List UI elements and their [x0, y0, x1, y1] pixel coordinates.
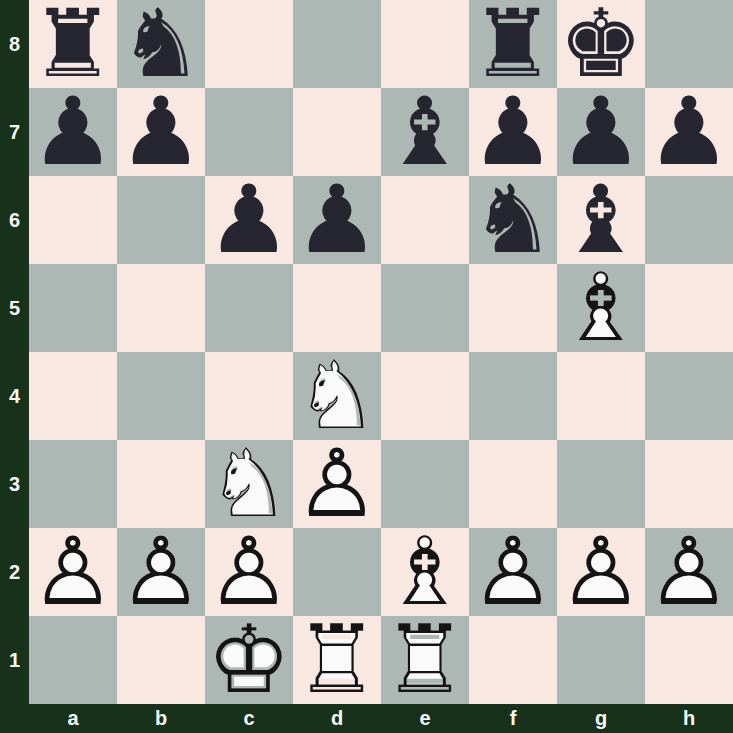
piece-outline-layer: ♗ [557, 264, 645, 352]
square-b1[interactable] [117, 616, 205, 704]
square-b4[interactable] [117, 352, 205, 440]
square-d4[interactable]: ♞♘ [293, 352, 381, 440]
piece-black-pawn[interactable]: ♟ [557, 88, 645, 176]
piece-outline-layer: ♘ [205, 440, 293, 528]
square-c2[interactable]: ♟♙ [205, 528, 293, 616]
square-e5[interactable] [381, 264, 469, 352]
piece-black-knight[interactable]: ♞ [117, 0, 205, 88]
square-d5[interactable] [293, 264, 381, 352]
piece-fill-layer: ♟ [557, 88, 645, 176]
square-d8[interactable] [293, 0, 381, 88]
square-e4[interactable] [381, 352, 469, 440]
file-label-a: a [29, 704, 117, 733]
rank-label-1: 1 [0, 616, 29, 704]
rank-label-7: 7 [0, 88, 29, 176]
piece-fill-layer: ♟ [469, 88, 557, 176]
piece-fill-layer: ♞ [469, 176, 557, 264]
piece-white-pawn[interactable]: ♟♙ [205, 528, 293, 616]
piece-outline-layer: ♗ [381, 528, 469, 616]
square-f6[interactable]: ♞ [469, 176, 557, 264]
square-d7[interactable] [293, 88, 381, 176]
piece-black-pawn[interactable]: ♟ [645, 88, 733, 176]
piece-outline-layer: ♙ [205, 528, 293, 616]
square-b6[interactable] [117, 176, 205, 264]
square-g7[interactable]: ♟ [557, 88, 645, 176]
square-h2[interactable]: ♟♙ [645, 528, 733, 616]
piece-white-pawn[interactable]: ♟♙ [293, 440, 381, 528]
piece-black-king[interactable]: ♚ [557, 0, 645, 88]
square-a6[interactable] [29, 176, 117, 264]
square-h6[interactable] [645, 176, 733, 264]
rank-label-4: 4 [0, 352, 29, 440]
piece-outline-layer: ♔ [205, 616, 293, 704]
piece-fill-layer: ♚ [557, 0, 645, 88]
piece-black-pawn[interactable]: ♟ [469, 88, 557, 176]
piece-outline-layer: ♙ [557, 528, 645, 616]
piece-fill-layer: ♝ [381, 88, 469, 176]
square-a3[interactable] [29, 440, 117, 528]
piece-fill-layer: ♟ [205, 176, 293, 264]
square-h1[interactable] [645, 616, 733, 704]
square-e3[interactable] [381, 440, 469, 528]
square-b2[interactable]: ♟♙ [117, 528, 205, 616]
piece-white-pawn[interactable]: ♟♙ [469, 528, 557, 616]
square-d6[interactable]: ♟ [293, 176, 381, 264]
square-b5[interactable] [117, 264, 205, 352]
rank-label-8: 8 [0, 0, 29, 88]
square-d1[interactable]: ♜♖ [293, 616, 381, 704]
rank-labels: 87654321 [0, 0, 29, 704]
piece-black-bishop[interactable]: ♝ [381, 88, 469, 176]
square-e7[interactable]: ♝ [381, 88, 469, 176]
square-c5[interactable] [205, 264, 293, 352]
square-a8[interactable]: ♜ [29, 0, 117, 88]
square-a7[interactable]: ♟ [29, 88, 117, 176]
square-h8[interactable] [645, 0, 733, 88]
square-g8[interactable]: ♚ [557, 0, 645, 88]
piece-fill-layer: ♞ [117, 0, 205, 88]
chess-board: ♜♞♜♚♟♟♝♟♟♟♟♟♞♝♝♗♞♘♞♘♟♙♟♙♟♙♟♙♝♗♟♙♟♙♟♙♚♔♜♖… [29, 0, 733, 704]
square-e8[interactable] [381, 0, 469, 88]
rank-label-3: 3 [0, 440, 29, 528]
piece-outline-layer: ♖ [381, 616, 469, 704]
piece-white-bishop[interactable]: ♝♗ [381, 528, 469, 616]
square-g4[interactable] [557, 352, 645, 440]
square-h4[interactable] [645, 352, 733, 440]
piece-black-pawn[interactable]: ♟ [293, 176, 381, 264]
square-f1[interactable] [469, 616, 557, 704]
piece-outline-layer: ♙ [117, 528, 205, 616]
rank-label-6: 6 [0, 176, 29, 264]
square-g1[interactable] [557, 616, 645, 704]
square-a4[interactable] [29, 352, 117, 440]
piece-fill-layer: ♜ [469, 0, 557, 88]
square-a1[interactable] [29, 616, 117, 704]
square-f3[interactable] [469, 440, 557, 528]
piece-fill-layer: ♝ [557, 176, 645, 264]
square-b8[interactable]: ♞ [117, 0, 205, 88]
square-c6[interactable]: ♟ [205, 176, 293, 264]
piece-outline-layer: ♙ [29, 528, 117, 616]
piece-outline-layer: ♙ [293, 440, 381, 528]
piece-black-pawn[interactable]: ♟ [117, 88, 205, 176]
piece-white-knight[interactable]: ♞♘ [205, 440, 293, 528]
square-c8[interactable] [205, 0, 293, 88]
square-h3[interactable] [645, 440, 733, 528]
file-labels: abcdefgh [29, 704, 733, 733]
square-b7[interactable]: ♟ [117, 88, 205, 176]
square-b3[interactable] [117, 440, 205, 528]
square-h7[interactable]: ♟ [645, 88, 733, 176]
piece-white-knight[interactable]: ♞♘ [293, 352, 381, 440]
piece-outline-layer: ♙ [469, 528, 557, 616]
piece-fill-layer: ♟ [29, 88, 117, 176]
square-d3[interactable]: ♟♙ [293, 440, 381, 528]
square-e1[interactable]: ♜♖ [381, 616, 469, 704]
piece-black-bishop[interactable]: ♝ [557, 176, 645, 264]
square-d2[interactable] [293, 528, 381, 616]
square-f5[interactable] [469, 264, 557, 352]
piece-fill-layer: ♟ [293, 176, 381, 264]
file-label-h: h [645, 704, 733, 733]
piece-fill-layer: ♟ [117, 88, 205, 176]
square-g2[interactable]: ♟♙ [557, 528, 645, 616]
square-g3[interactable] [557, 440, 645, 528]
square-f2[interactable]: ♟♙ [469, 528, 557, 616]
square-g5[interactable]: ♝♗ [557, 264, 645, 352]
square-c1[interactable]: ♚♔ [205, 616, 293, 704]
piece-white-bishop[interactable]: ♝♗ [557, 264, 645, 352]
piece-white-rook[interactable]: ♜♖ [381, 616, 469, 704]
file-label-g: g [557, 704, 645, 733]
chess-board-frame: 87654321 ♜♞♜♚♟♟♝♟♟♟♟♟♞♝♝♗♞♘♞♘♟♙♟♙♟♙♟♙♝♗♟… [0, 0, 733, 733]
square-h5[interactable] [645, 264, 733, 352]
piece-fill-layer: ♜ [29, 0, 117, 88]
piece-black-pawn[interactable]: ♟ [205, 176, 293, 264]
square-a2[interactable]: ♟♙ [29, 528, 117, 616]
piece-outline-layer: ♙ [645, 528, 733, 616]
file-label-b: b [117, 704, 205, 733]
piece-white-pawn[interactable]: ♟♙ [645, 528, 733, 616]
square-f7[interactable]: ♟ [469, 88, 557, 176]
piece-black-rook[interactable]: ♜ [29, 0, 117, 88]
square-a5[interactable] [29, 264, 117, 352]
piece-white-rook[interactable]: ♜♖ [293, 616, 381, 704]
piece-white-pawn[interactable]: ♟♙ [117, 528, 205, 616]
piece-white-king[interactable]: ♚♔ [205, 616, 293, 704]
piece-black-pawn[interactable]: ♟ [29, 88, 117, 176]
piece-white-pawn[interactable]: ♟♙ [29, 528, 117, 616]
square-c7[interactable] [205, 88, 293, 176]
square-f8[interactable]: ♜ [469, 0, 557, 88]
square-c3[interactable]: ♞♘ [205, 440, 293, 528]
piece-black-knight[interactable]: ♞ [469, 176, 557, 264]
square-f4[interactable] [469, 352, 557, 440]
square-e6[interactable] [381, 176, 469, 264]
rank-label-5: 5 [0, 264, 29, 352]
piece-black-rook[interactable]: ♜ [469, 0, 557, 88]
piece-outline-layer: ♖ [293, 616, 381, 704]
square-c4[interactable] [205, 352, 293, 440]
board-frame-corner [0, 704, 29, 733]
file-label-f: f [469, 704, 557, 733]
rank-label-2: 2 [0, 528, 29, 616]
piece-outline-layer: ♘ [293, 352, 381, 440]
piece-fill-layer: ♟ [645, 88, 733, 176]
square-e2[interactable]: ♝♗ [381, 528, 469, 616]
piece-white-pawn[interactable]: ♟♙ [557, 528, 645, 616]
square-g6[interactable]: ♝ [557, 176, 645, 264]
